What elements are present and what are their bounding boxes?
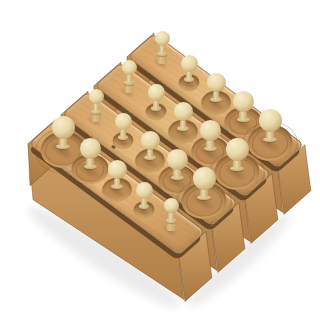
knob-head [163,198,178,213]
knob-neck [239,111,247,119]
knob-head [232,91,253,112]
knob-neck [114,178,121,186]
knob-head [180,55,197,72]
knob-head [173,102,192,121]
knob-neck [153,100,159,108]
proud-cylinder-stem [157,55,167,64]
knob-neck [126,74,131,82]
knob-head [225,138,248,161]
knob-neck [86,158,94,166]
proud-cylinder-stem [124,84,134,93]
knob-head [88,89,103,104]
montessori-cylinder-blocks-photo [0,0,320,320]
knob-neck [266,131,274,139]
knob-head [135,182,152,199]
knob-head [154,31,169,46]
knob-neck [233,160,241,168]
knob-neck [141,198,147,206]
knob-head [79,138,100,159]
knob-head [121,60,136,75]
knob-neck [147,149,154,157]
knob-head [166,149,187,170]
knob-neck [159,45,164,53]
knob-neck [120,129,126,137]
knob-head [51,116,74,139]
knob-neck [206,140,214,148]
knob-neck [168,212,173,220]
proud-cylinder-stem [166,222,176,231]
middle-front-block-slot-5 [177,178,231,222]
knob-head [140,131,159,150]
knob-head [147,84,164,101]
knob-neck [180,120,187,128]
knob-neck [186,71,192,79]
knob-neck [59,138,67,146]
knob-neck [93,103,98,111]
knob-head [258,109,281,132]
knob-neck [213,91,220,99]
knob-neck [173,169,181,177]
knob-head [192,167,215,190]
knob-head [107,160,126,179]
knob-head [199,120,220,141]
knob-head [114,113,131,130]
proud-cylinder-stem [91,113,101,122]
knob-neck [200,189,208,197]
knob-head [206,73,225,92]
